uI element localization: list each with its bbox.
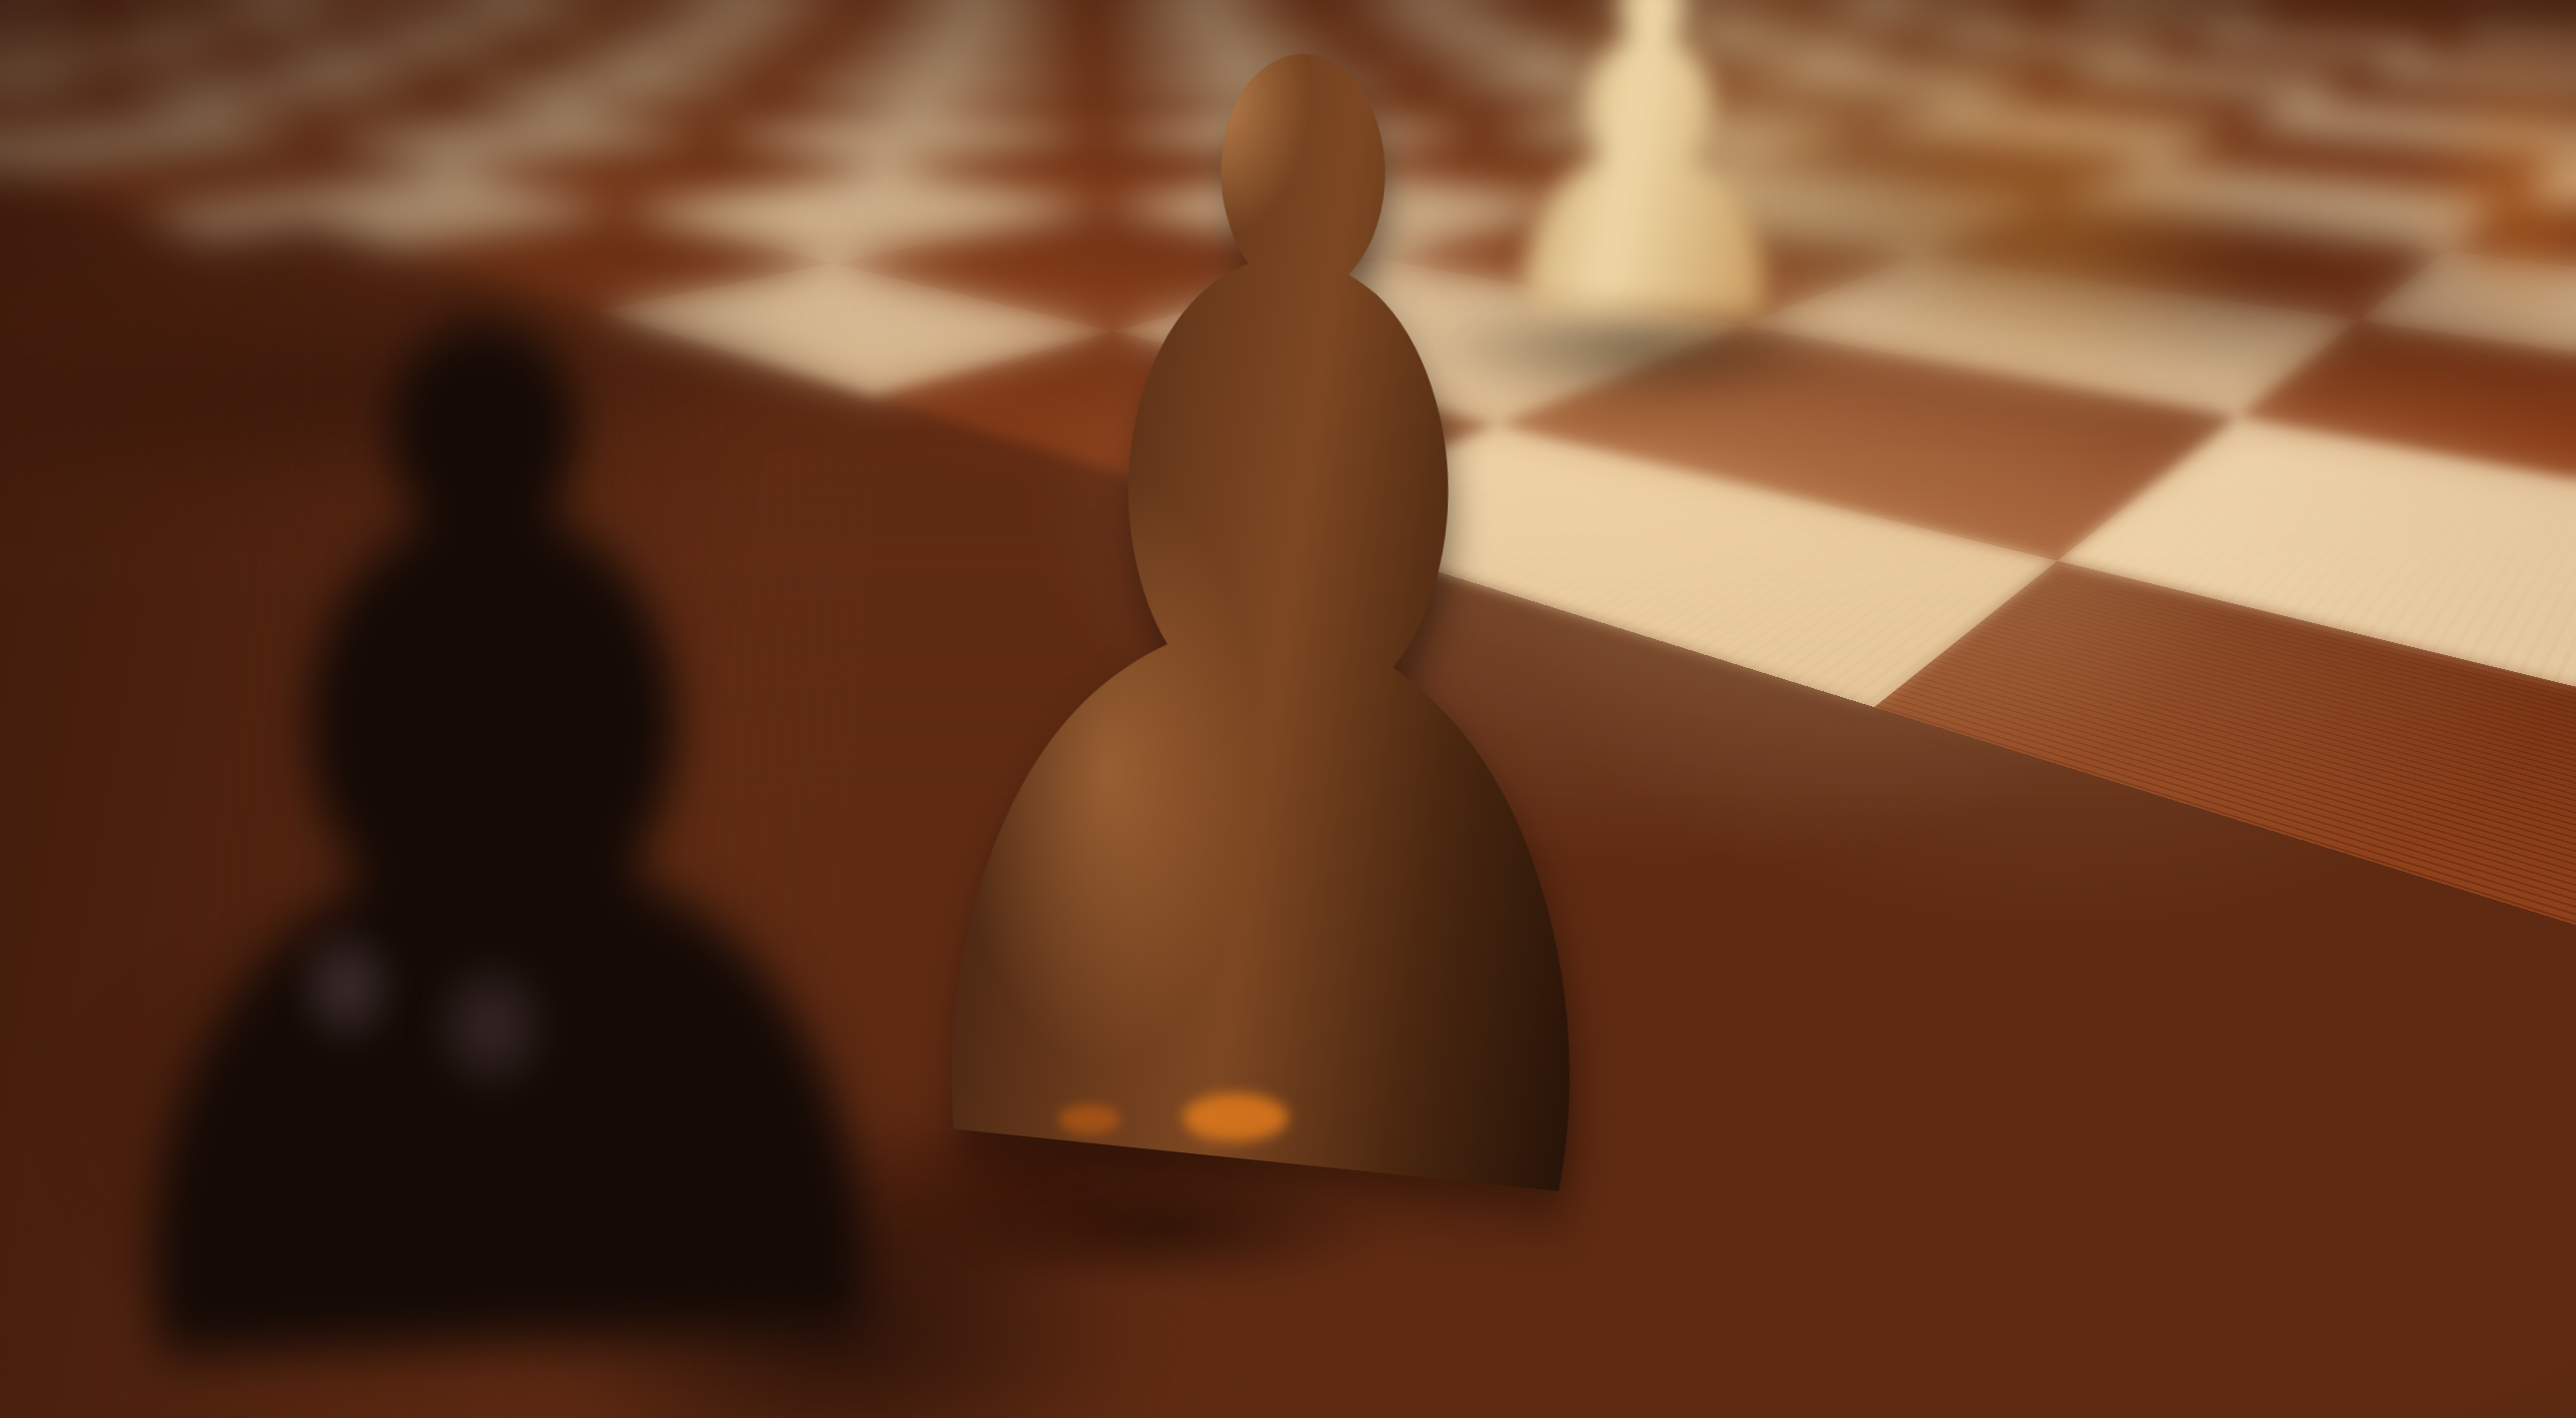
chess-photo-stage: ♟ ♟ ♟ bbox=[0, 0, 2576, 1418]
black-pawn-piece-foreground: ♟ bbox=[0, 137, 1049, 1418]
